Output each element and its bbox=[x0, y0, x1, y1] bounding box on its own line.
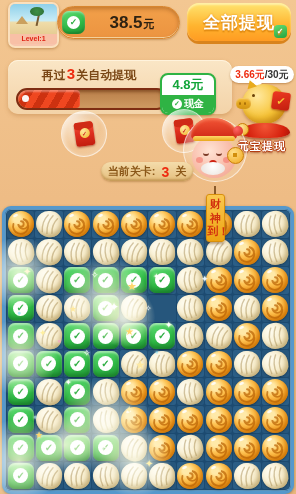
orange-shell-piece bbox=[149, 407, 175, 433]
orange-shell-piece bbox=[234, 267, 260, 293]
white-shell-piece bbox=[119, 433, 149, 463]
white-shell-piece bbox=[34, 293, 64, 323]
wechat-tile-piece: ✓ bbox=[36, 435, 62, 461]
orange-shell-piece bbox=[206, 463, 232, 489]
board-cell[interactable] bbox=[64, 462, 91, 489]
board-cell[interactable] bbox=[262, 211, 289, 238]
white-shell-piece bbox=[233, 462, 260, 489]
board-cell[interactable]: ✓ bbox=[64, 378, 91, 405]
board-cell[interactable] bbox=[148, 378, 175, 405]
board-cell[interactable] bbox=[35, 323, 62, 350]
board-cell[interactable]: ✓ bbox=[7, 350, 34, 377]
board-cell[interactable] bbox=[92, 406, 119, 433]
wechat-tile-piece: ✓ bbox=[8, 295, 34, 321]
white-shell-piece bbox=[119, 349, 149, 379]
white-shell-piece bbox=[64, 294, 91, 321]
orange-shell-piece bbox=[206, 295, 232, 321]
board-cell[interactable] bbox=[148, 211, 175, 238]
white-shell-piece bbox=[175, 376, 207, 408]
board-cell[interactable] bbox=[177, 323, 204, 350]
orange-shell-piece bbox=[206, 435, 232, 461]
board-cell[interactable]: ✓ bbox=[92, 323, 119, 350]
white-shell-piece bbox=[204, 321, 234, 351]
wechat-tile-piece: ✓ bbox=[64, 323, 90, 349]
board-cell[interactable] bbox=[233, 350, 260, 377]
board-cell[interactable] bbox=[177, 211, 204, 238]
board-cell[interactable]: ✓ bbox=[64, 323, 91, 350]
white-shell-piece bbox=[233, 211, 260, 238]
orange-shell-piece bbox=[149, 211, 175, 237]
orange-shell-piece bbox=[149, 379, 175, 405]
check-icon: ✓ bbox=[172, 99, 182, 109]
white-shell-piece bbox=[90, 404, 122, 436]
board-grid: ✓✓✓✓✓✓✓✓✓✓✓✓✓✓✓✓✓✓✓✓✓✓✓✓✓ bbox=[7, 211, 289, 489]
white-shell-piece bbox=[175, 264, 207, 296]
board-cell[interactable] bbox=[205, 434, 232, 461]
wechat-tile-piece: ✓ bbox=[8, 407, 34, 433]
board-cell[interactable] bbox=[177, 406, 204, 433]
board-cell[interactable] bbox=[262, 406, 289, 433]
auto-withdraw-title: 再过3关自动提现 bbox=[8, 65, 170, 84]
board-cell[interactable] bbox=[233, 462, 260, 489]
board-cell[interactable]: ✓ bbox=[7, 267, 34, 294]
board-cell[interactable]: ✓ bbox=[120, 323, 147, 350]
board-cell[interactable] bbox=[92, 239, 119, 266]
wechat-tile-piece: ✓ bbox=[8, 463, 34, 489]
white-shell-piece bbox=[204, 237, 234, 267]
board-cell[interactable] bbox=[120, 406, 147, 433]
wechat-tile-piece: ✓ bbox=[64, 267, 90, 293]
white-shell-piece bbox=[64, 239, 91, 266]
wechat-tile-piece: ✓ bbox=[8, 435, 34, 461]
white-shell-piece bbox=[34, 265, 64, 295]
white-shell-piece bbox=[5, 237, 37, 269]
board-cell[interactable] bbox=[35, 378, 62, 405]
white-shell-piece bbox=[260, 320, 292, 352]
board-cell[interactable] bbox=[262, 462, 289, 489]
level-label: Level:1 bbox=[10, 34, 57, 44]
board-cell[interactable] bbox=[262, 434, 289, 461]
white-shell-piece bbox=[34, 461, 64, 491]
mascot-blush bbox=[196, 157, 203, 163]
orange-shell-piece bbox=[262, 267, 288, 293]
wechat-tile-piece: ✓ bbox=[93, 267, 119, 293]
wechat-tile-piece: ✓ bbox=[8, 267, 34, 293]
board-cell[interactable]: ✓ bbox=[35, 350, 62, 377]
wechat-tile-piece: ✓ bbox=[8, 323, 34, 349]
board-cell[interactable] bbox=[148, 295, 175, 322]
wechat-tile-piece: ✓ bbox=[93, 323, 119, 349]
mascot-eye bbox=[203, 150, 209, 156]
white-shell-piece bbox=[119, 461, 149, 491]
board-cell[interactable]: ✓ bbox=[7, 323, 34, 350]
board-cell[interactable] bbox=[233, 406, 260, 433]
board-cell[interactable] bbox=[205, 267, 232, 294]
board-cell[interactable] bbox=[233, 323, 260, 350]
board-cell[interactable] bbox=[205, 350, 232, 377]
board-cell[interactable] bbox=[64, 239, 91, 266]
wechat-tile-piece: ✓ bbox=[93, 435, 119, 461]
board-cell[interactable] bbox=[120, 462, 147, 489]
board-cell[interactable] bbox=[233, 295, 260, 322]
board-cell[interactable]: ✓ bbox=[92, 267, 119, 294]
white-shell-piece bbox=[148, 462, 175, 489]
board-cell[interactable]: ✓ bbox=[148, 267, 175, 294]
piggy-progress-caption: 3.66元/30元 bbox=[230, 66, 294, 83]
orange-shell-piece bbox=[177, 407, 203, 433]
board-cell[interactable] bbox=[262, 295, 289, 322]
board-cell[interactable] bbox=[92, 378, 119, 405]
white-shell-piece bbox=[64, 462, 91, 489]
board-cell[interactable] bbox=[205, 406, 232, 433]
wechat-tile-piece: ✓ bbox=[64, 435, 90, 461]
board-cell[interactable] bbox=[177, 434, 204, 461]
orange-shell-piece bbox=[121, 407, 147, 433]
board-cell[interactable] bbox=[262, 350, 289, 377]
white-shell-piece bbox=[260, 348, 292, 380]
orange-shell-piece bbox=[262, 295, 288, 321]
orange-shell-piece bbox=[177, 463, 203, 489]
board-cell[interactable] bbox=[92, 462, 119, 489]
orange-shell-piece bbox=[234, 323, 260, 349]
board-cell[interactable] bbox=[148, 462, 175, 489]
board-cell[interactable] bbox=[233, 211, 260, 238]
board-cell[interactable] bbox=[120, 350, 147, 377]
piggy-snout bbox=[236, 98, 251, 109]
current-level-banner: 当前关卡:3关 bbox=[101, 162, 193, 181]
board-cell[interactable]: ✓ bbox=[7, 295, 34, 322]
board-cell[interactable] bbox=[177, 462, 204, 489]
orange-shell-piece bbox=[93, 211, 119, 237]
white-shell-piece bbox=[260, 237, 292, 269]
white-shell-piece bbox=[34, 321, 64, 351]
white-shell-piece bbox=[233, 294, 260, 321]
orange-shell-piece bbox=[121, 211, 147, 237]
board-cell[interactable] bbox=[233, 434, 260, 461]
palm-leaves-icon bbox=[30, 7, 44, 16]
white-shell-piece bbox=[175, 320, 207, 352]
wechat-tile-piece: ✓ bbox=[121, 267, 147, 293]
wechat-tile-piece: ✓ bbox=[8, 351, 34, 377]
orange-shell-piece bbox=[64, 211, 90, 237]
board-cell[interactable] bbox=[177, 239, 204, 266]
board-cell[interactable]: ✓ bbox=[148, 323, 175, 350]
board-cell[interactable] bbox=[35, 211, 62, 238]
orange-shell-piece bbox=[206, 351, 232, 377]
board-cell[interactable]: ✓ bbox=[7, 378, 34, 405]
board-cell[interactable]: ✓ bbox=[120, 267, 147, 294]
beach-hut-icon bbox=[16, 16, 28, 24]
orange-shell-piece bbox=[262, 379, 288, 405]
board-cell[interactable] bbox=[148, 406, 175, 433]
board-cell[interactable] bbox=[205, 323, 232, 350]
orange-shell-piece bbox=[177, 211, 203, 237]
board-cell[interactable] bbox=[233, 239, 260, 266]
board-cell[interactable] bbox=[120, 211, 147, 238]
wechat-tile-piece: ✓ bbox=[36, 351, 62, 377]
board-cell[interactable] bbox=[120, 378, 147, 405]
level-badge[interactable]: Level:1 bbox=[8, 2, 59, 48]
white-shell-piece bbox=[34, 377, 64, 407]
wechat-tile-piece: ✓ bbox=[64, 351, 90, 377]
orange-shell-piece bbox=[149, 435, 175, 461]
white-shell-piece bbox=[260, 209, 292, 241]
board-cell[interactable] bbox=[35, 267, 62, 294]
board-cell[interactable] bbox=[120, 434, 147, 461]
board-cell[interactable] bbox=[262, 378, 289, 405]
board-cell[interactable] bbox=[120, 239, 147, 266]
white-shell-piece bbox=[148, 239, 175, 266]
balance-pill[interactable]: ✓ 38.5元 bbox=[57, 6, 180, 39]
wechat-tile-piece: ✓ bbox=[149, 323, 175, 349]
wechat-pay-icon: ✓ bbox=[62, 11, 85, 34]
board-cell[interactable]: ✓ bbox=[7, 434, 34, 461]
board-cell[interactable]: ✓ bbox=[7, 406, 34, 433]
balance-amount: 38.5元 bbox=[85, 13, 179, 33]
game-screen: Level:1 ✓ 38.5元 全部提现 ✓ 再过3关自动提现 4.8元 ✓现金… bbox=[0, 0, 296, 494]
board-cell[interactable]: ✓ bbox=[92, 295, 119, 322]
orange-shell-piece bbox=[177, 351, 203, 377]
board-cell[interactable] bbox=[35, 406, 62, 433]
board-cell[interactable] bbox=[177, 267, 204, 294]
orange-shell-piece bbox=[206, 407, 232, 433]
white-shell-piece bbox=[119, 237, 149, 267]
auto-withdraw-card: 再过3关自动提现 4.8元 ✓现金 bbox=[8, 60, 232, 114]
board-cell[interactable] bbox=[177, 350, 204, 377]
progress-bar bbox=[16, 88, 168, 110]
orange-shell-piece bbox=[234, 239, 260, 265]
board-cell[interactable] bbox=[205, 295, 232, 322]
piggy-red-seal: ✓ bbox=[271, 91, 291, 111]
white-shell-piece bbox=[34, 210, 64, 240]
wechat-tile-piece: ✓ bbox=[8, 379, 34, 405]
orange-shell-piece bbox=[262, 407, 288, 433]
fortune-god-mascot[interactable] bbox=[183, 110, 245, 188]
wechat-tile-piece: ✓ bbox=[93, 351, 119, 377]
board-cell[interactable] bbox=[148, 434, 175, 461]
board-cell[interactable] bbox=[262, 323, 289, 350]
progress-fill bbox=[18, 90, 80, 108]
board-cell[interactable]: ✓ bbox=[35, 434, 62, 461]
white-shell-piece bbox=[175, 292, 207, 324]
orange-shell-piece bbox=[206, 267, 232, 293]
wechat-tile-piece: ✓ bbox=[121, 323, 147, 349]
wechat-tile-piece: ✓ bbox=[149, 267, 175, 293]
board-cell[interactable] bbox=[35, 239, 62, 266]
red-packet-bubble[interactable]: ✓ bbox=[61, 111, 107, 157]
wechat-tile-piece: ✓ bbox=[64, 407, 90, 433]
board-cell[interactable]: ✓ bbox=[64, 434, 91, 461]
board-cell[interactable] bbox=[92, 211, 119, 238]
red-envelope-icon: ✓ bbox=[73, 121, 95, 147]
orange-shell-piece bbox=[262, 435, 288, 461]
game-board[interactable]: ✓✓✓✓✓✓✓✓✓✓✓✓✓✓✓✓✓✓✓✓✓✓✓✓✓ ✦✧★✦✦★✦✧✦★✦✧★✦… bbox=[2, 206, 294, 494]
orange-shell-piece bbox=[234, 379, 260, 405]
withdraw-all-label: 全部提现 bbox=[203, 13, 275, 32]
board-cell[interactable] bbox=[64, 211, 91, 238]
board-cell[interactable]: ✓ bbox=[7, 462, 34, 489]
white-shell-piece bbox=[34, 237, 64, 267]
orange-shell-piece bbox=[206, 379, 232, 405]
board-cell[interactable]: ✓ bbox=[92, 434, 119, 461]
board-cell[interactable] bbox=[205, 462, 232, 489]
board-cell[interactable] bbox=[148, 239, 175, 266]
white-shell-piece bbox=[175, 237, 207, 269]
withdraw-all-button[interactable]: 全部提现 ✓ bbox=[187, 3, 291, 41]
board-cell[interactable] bbox=[177, 295, 204, 322]
board-cell[interactable] bbox=[262, 239, 289, 266]
white-shell-piece bbox=[90, 376, 122, 408]
board-cell[interactable] bbox=[262, 267, 289, 294]
wechat-tile-piece: ✓ bbox=[64, 379, 90, 405]
board-cell[interactable] bbox=[35, 462, 62, 489]
board-cell[interactable]: ✓ bbox=[64, 350, 91, 377]
mascot-beard bbox=[201, 162, 225, 175]
board-cell[interactable] bbox=[64, 295, 91, 322]
white-shell-piece bbox=[34, 405, 64, 435]
board-cell[interactable]: ✓ bbox=[92, 350, 119, 377]
reward-amount: 4.8元 bbox=[162, 75, 214, 95]
board-cell[interactable] bbox=[233, 378, 260, 405]
board-cell[interactable] bbox=[177, 378, 204, 405]
white-shell-piece bbox=[148, 350, 175, 377]
board-cell[interactable]: ✓ bbox=[64, 406, 91, 433]
wechat-mini-icon: ✓ bbox=[274, 25, 287, 38]
orange-shell-piece bbox=[234, 435, 260, 461]
orange-shell-piece bbox=[234, 407, 260, 433]
board-cell[interactable] bbox=[35, 295, 62, 322]
board-cell[interactable] bbox=[233, 267, 260, 294]
white-shell-piece bbox=[90, 460, 122, 492]
level-photo bbox=[10, 4, 57, 34]
white-shell-piece bbox=[90, 237, 122, 269]
white-shell-piece bbox=[119, 293, 149, 323]
white-shell-piece bbox=[175, 432, 207, 464]
board-cell[interactable] bbox=[120, 295, 147, 322]
gold-seal-icon: ✓ bbox=[78, 127, 89, 138]
board-cell[interactable] bbox=[7, 239, 34, 266]
board-cell[interactable] bbox=[148, 350, 175, 377]
gold-coin-icon bbox=[227, 147, 244, 164]
board-cell[interactable] bbox=[205, 239, 232, 266]
mascot-hat-ball bbox=[233, 126, 243, 136]
white-shell-piece bbox=[260, 460, 292, 492]
mascot-eye bbox=[216, 150, 222, 156]
orange-shell-piece bbox=[121, 379, 147, 405]
fortune-god-tag[interactable]: 财神到！ bbox=[206, 194, 225, 242]
piggy-eye bbox=[252, 94, 255, 97]
orange-shell-piece bbox=[8, 211, 34, 237]
wechat-tile-piece: ✓ bbox=[93, 295, 119, 321]
board-cell[interactable] bbox=[205, 378, 232, 405]
board-cell[interactable] bbox=[7, 211, 34, 238]
white-shell-piece bbox=[233, 350, 260, 377]
board-cell[interactable]: ✓ bbox=[64, 267, 91, 294]
